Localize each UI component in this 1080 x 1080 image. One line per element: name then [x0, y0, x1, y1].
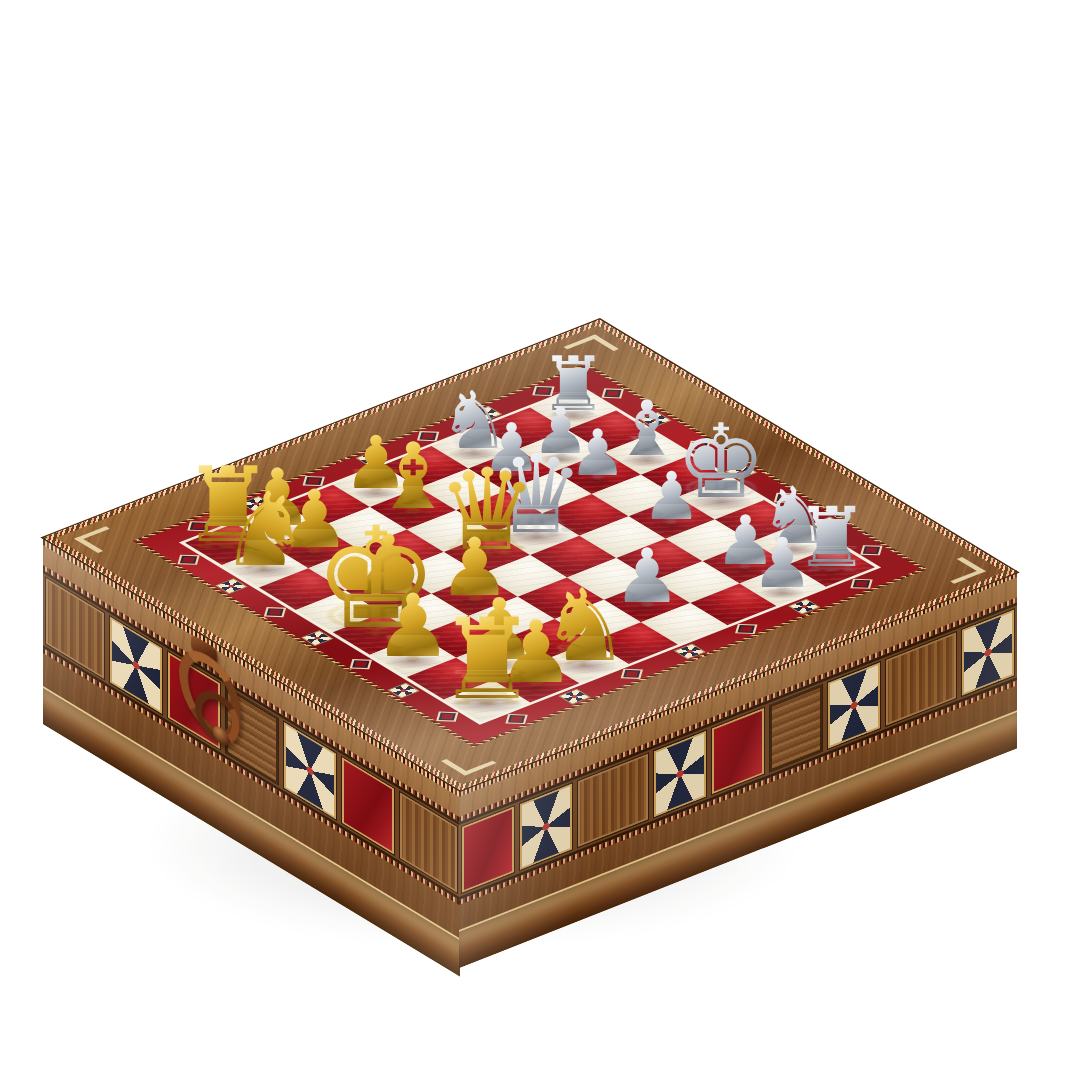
piece-gold-rook-h1[interactable]: ♜♜ — [437, 608, 537, 711]
corner-L-inlay — [74, 526, 129, 553]
piece-reflection: ♜ — [437, 665, 537, 708]
star-mosaic-panel — [827, 661, 881, 750]
wood-grain-panel — [769, 684, 823, 773]
red-marble-panel — [711, 706, 765, 795]
piece-silver-pawn-h7[interactable]: ♟♟ — [752, 532, 814, 595]
star-mosaic-panel — [653, 729, 707, 818]
diamond-medallion — [350, 659, 372, 669]
wood-grain-panel — [885, 631, 957, 727]
piece-silver-pawn-e7[interactable]: ♟♟ — [642, 467, 701, 528]
corner-L-inlay — [441, 749, 496, 776]
star-mosaic-panel — [961, 608, 1015, 697]
piece-reflection: ♟ — [752, 567, 814, 594]
red-marble-panel — [461, 805, 515, 894]
piece-reflection: ♟ — [642, 501, 701, 527]
wood-grain-panel — [577, 752, 649, 848]
diamond-medallion — [735, 624, 757, 634]
diamond-medallion — [264, 607, 286, 617]
star-medallion — [673, 644, 705, 660]
piece-gold-knight-b1[interactable]: ♞♞ — [219, 483, 310, 577]
chess-set-photo: ♜♜♞♞♚♚♟♟♜♜♟♟♟♟♟♟♟♟♟♟♟♟♞♞♟♟♝♝♛♛♛♛♟♟♞♞♟♟♟♟… — [0, 0, 1080, 1080]
piece-reflection: ♞ — [219, 534, 310, 573]
corner-L-inlay — [930, 557, 985, 584]
star-medallion — [388, 683, 420, 699]
star-mosaic-panel — [519, 782, 573, 871]
